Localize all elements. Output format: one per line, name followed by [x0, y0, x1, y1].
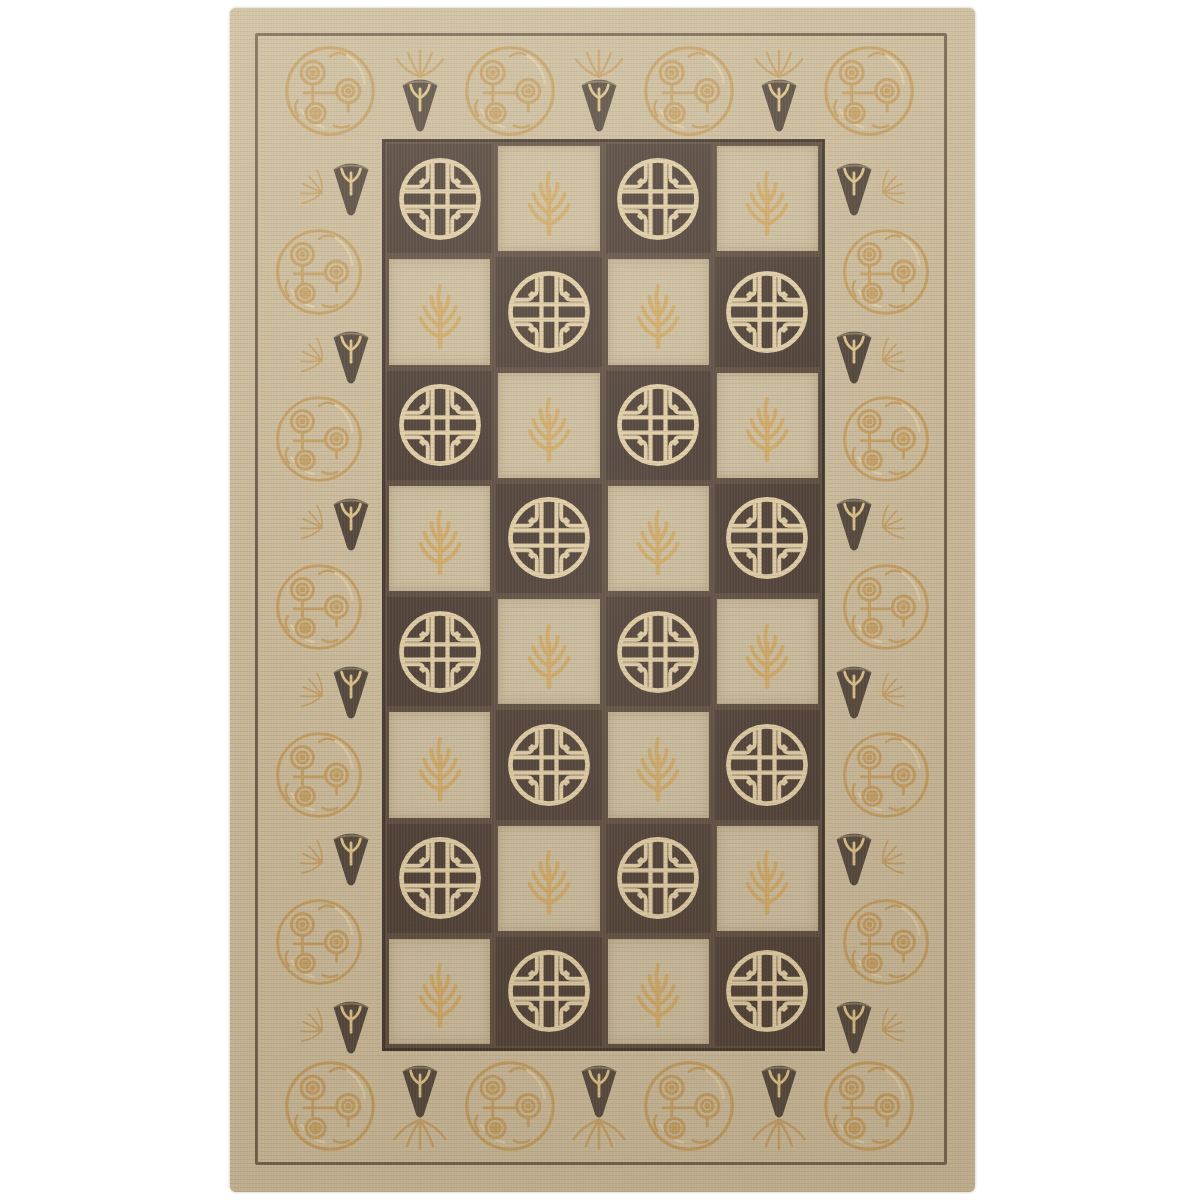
leaf-sprig-icon — [728, 386, 806, 468]
leaf-spray-icon — [291, 665, 333, 716]
leaf-sprig-icon — [619, 952, 697, 1034]
light-square-r5c2 — [494, 595, 603, 708]
light-square-r3c4 — [713, 369, 822, 482]
leaf-sprig-icon — [401, 499, 479, 581]
coin-medallion-icon — [611, 605, 705, 699]
tulip-motif-group — [831, 661, 915, 721]
dark-square-r3c3 — [604, 369, 713, 482]
tulip-flower-icon — [831, 828, 877, 888]
leaf-spray-icon — [391, 48, 449, 78]
dark-square-r1c3 — [604, 142, 713, 255]
tulip-flower-icon — [831, 326, 877, 386]
dark-square-r8c4 — [713, 935, 822, 1048]
dark-square-r7c3 — [604, 822, 713, 935]
scroll-rosette-icon — [282, 43, 378, 139]
scroll-rosette-icon — [462, 1058, 558, 1154]
coin-medallion-icon — [393, 152, 487, 246]
tulip-flower-icon — [831, 493, 877, 553]
tulip-flower-icon — [397, 74, 443, 134]
leaf-spray-icon — [291, 833, 333, 884]
scroll-rosette-icon — [273, 561, 365, 653]
rug-border-left — [260, 158, 378, 1056]
coin-medallion-icon — [393, 378, 487, 472]
coin-medallion-icon — [611, 152, 705, 246]
light-square-r1c2 — [494, 142, 603, 255]
scroll-rosette-icon — [840, 226, 932, 318]
tulip-motif-group — [290, 158, 374, 218]
coin-medallion-icon — [502, 718, 596, 812]
scroll-rosette-icon — [641, 1058, 737, 1154]
coin-medallion-icon — [611, 831, 705, 925]
leaf-spray-icon — [872, 498, 914, 549]
scroll-rosette-icon — [821, 1058, 917, 1154]
tulip-flower-icon — [756, 74, 802, 134]
scroll-rosette-icon — [821, 43, 917, 139]
leaf-sprig-icon — [401, 952, 479, 1034]
tulip-flower-icon — [576, 1060, 622, 1120]
light-square-r5c4 — [713, 595, 822, 708]
light-square-r4c3 — [604, 482, 713, 595]
leaf-spray-icon — [750, 48, 808, 78]
tulip-motif-group — [748, 1060, 810, 1152]
light-square-r8c1 — [385, 935, 494, 1048]
light-square-r2c3 — [604, 255, 713, 368]
coin-medallion-icon — [720, 718, 814, 812]
rug-border-top — [282, 44, 917, 138]
leaf-spray-icon — [872, 833, 914, 884]
tulip-motif-group — [568, 1060, 630, 1152]
scroll-rosette-icon — [273, 896, 365, 988]
light-square-r7c4 — [713, 822, 822, 935]
leaf-spray-icon — [291, 330, 333, 381]
light-square-r8c3 — [604, 935, 713, 1048]
coin-medallion-icon — [720, 491, 814, 585]
checkerboard-field — [382, 139, 825, 1051]
tulip-flower-icon — [328, 828, 374, 888]
coin-medallion-icon — [393, 605, 487, 699]
leaf-sprig-icon — [510, 613, 588, 695]
rug-border-right — [827, 158, 945, 1056]
scroll-rosette-icon — [462, 43, 558, 139]
rug — [230, 8, 975, 1192]
leaf-spray-icon — [568, 1118, 630, 1152]
tulip-motif-group — [831, 493, 915, 553]
dark-square-r3c1 — [385, 369, 494, 482]
dark-square-r4c4 — [713, 482, 822, 595]
leaf-sprig-icon — [728, 839, 806, 921]
scroll-rosette-icon — [282, 1058, 378, 1154]
scroll-rosette-icon — [273, 226, 365, 318]
light-square-r6c3 — [604, 708, 713, 821]
dark-square-r1c1 — [385, 142, 494, 255]
leaf-sprig-icon — [510, 839, 588, 921]
scroll-rosette-icon — [840, 729, 932, 821]
tulip-motif-group — [290, 828, 374, 888]
tulip-motif-group — [290, 493, 374, 553]
leaf-spray-icon — [291, 1001, 333, 1052]
tulip-motif-group — [831, 326, 915, 386]
light-square-r1c4 — [713, 142, 822, 255]
leaf-spray-icon — [291, 163, 333, 214]
dark-square-r7c1 — [385, 822, 494, 935]
dark-square-r5c1 — [385, 595, 494, 708]
leaf-sprig-icon — [510, 160, 588, 242]
scroll-rosette-icon — [273, 729, 365, 821]
coin-medallion-icon — [502, 265, 596, 359]
scroll-rosette-icon — [840, 393, 932, 485]
dark-square-r5c3 — [604, 595, 713, 708]
tulip-motif-group — [290, 661, 374, 721]
scroll-rosette-icon — [840, 896, 932, 988]
leaf-spray-icon — [872, 1001, 914, 1052]
tulip-flower-icon — [756, 1060, 802, 1120]
dark-square-r6c4 — [713, 708, 822, 821]
coin-medallion-icon — [502, 491, 596, 585]
tulip-motif-group — [831, 828, 915, 888]
dark-square-r4c2 — [494, 482, 603, 595]
light-square-r4c1 — [385, 482, 494, 595]
rug-product-photo — [0, 0, 1200, 1200]
scroll-rosette-icon — [273, 393, 365, 485]
dark-square-r2c2 — [494, 255, 603, 368]
coin-medallion-icon — [611, 378, 705, 472]
light-square-r3c2 — [494, 369, 603, 482]
tulip-motif-group — [389, 1060, 451, 1152]
leaf-spray-icon — [872, 665, 914, 716]
leaf-spray-icon — [389, 1118, 451, 1152]
tulip-flower-icon — [831, 996, 877, 1056]
coin-medallion-icon — [502, 944, 596, 1038]
leaf-sprig-icon — [401, 273, 479, 355]
leaf-spray-icon — [872, 163, 914, 214]
coin-medallion-icon — [720, 265, 814, 359]
coin-medallion-icon — [393, 831, 487, 925]
tulip-motif-group — [831, 158, 915, 218]
leaf-sprig-icon — [401, 726, 479, 808]
leaf-sprig-icon — [510, 386, 588, 468]
leaf-sprig-icon — [619, 499, 697, 581]
dark-square-r2c4 — [713, 255, 822, 368]
tulip-flower-icon — [397, 1060, 443, 1120]
leaf-sprig-icon — [728, 160, 806, 242]
leaf-sprig-icon — [728, 613, 806, 695]
tulip-motif-group — [570, 48, 628, 134]
tulip-motif-group — [290, 996, 374, 1056]
leaf-sprig-icon — [619, 273, 697, 355]
tulip-flower-icon — [831, 661, 877, 721]
tulip-motif-group — [750, 48, 808, 134]
tulip-flower-icon — [328, 996, 374, 1056]
leaf-spray-icon — [872, 330, 914, 381]
leaf-spray-icon — [291, 498, 333, 549]
leaf-spray-icon — [748, 1118, 810, 1152]
tulip-motif-group — [290, 326, 374, 386]
tulip-flower-icon — [328, 493, 374, 553]
rug-border-bottom — [282, 1050, 917, 1162]
tulip-flower-icon — [831, 158, 877, 218]
light-square-r7c2 — [494, 822, 603, 935]
scroll-rosette-icon — [840, 561, 932, 653]
light-square-r6c1 — [385, 708, 494, 821]
tulip-motif-group — [391, 48, 449, 134]
tulip-flower-icon — [328, 661, 374, 721]
tulip-flower-icon — [328, 158, 374, 218]
light-square-r2c1 — [385, 255, 494, 368]
leaf-sprig-icon — [619, 726, 697, 808]
leaf-spray-icon — [570, 48, 628, 78]
dark-square-r6c2 — [494, 708, 603, 821]
tulip-flower-icon — [328, 326, 374, 386]
coin-medallion-icon — [720, 944, 814, 1038]
scroll-rosette-icon — [641, 43, 737, 139]
tulip-flower-icon — [576, 74, 622, 134]
tulip-motif-group — [831, 996, 915, 1056]
dark-square-r8c2 — [494, 935, 603, 1048]
